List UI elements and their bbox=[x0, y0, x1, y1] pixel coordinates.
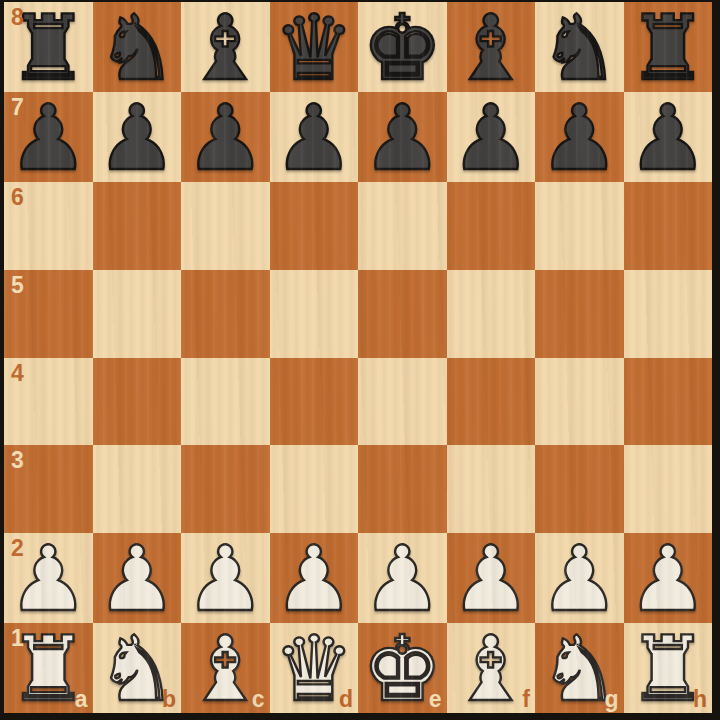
square-f6[interactable] bbox=[447, 182, 536, 270]
piece-white-bishop[interactable]: ♝ bbox=[450, 624, 531, 714]
square-e5[interactable] bbox=[358, 270, 447, 358]
square-b5[interactable] bbox=[93, 270, 182, 358]
square-a3[interactable]: 3 bbox=[4, 445, 93, 533]
square-c4[interactable] bbox=[181, 358, 270, 446]
square-h6[interactable] bbox=[624, 182, 713, 270]
piece-white-pawn[interactable]: ♟ bbox=[627, 534, 708, 624]
square-f1[interactable]: ♝f bbox=[447, 623, 536, 713]
piece-black-pawn[interactable]: ♟ bbox=[8, 93, 89, 183]
piece-white-pawn[interactable]: ♟ bbox=[96, 534, 177, 624]
square-a6[interactable]: 6 bbox=[4, 182, 93, 270]
square-f8[interactable]: ♝ bbox=[447, 2, 536, 92]
square-g8[interactable]: ♞ bbox=[535, 2, 624, 92]
rank-label-4: 4 bbox=[11, 362, 24, 385]
square-e3[interactable] bbox=[358, 445, 447, 533]
square-e6[interactable] bbox=[358, 182, 447, 270]
square-d4[interactable] bbox=[270, 358, 359, 446]
square-h5[interactable] bbox=[624, 270, 713, 358]
piece-black-pawn[interactable]: ♟ bbox=[185, 93, 266, 183]
rank-label-6: 6 bbox=[11, 186, 24, 209]
square-c5[interactable] bbox=[181, 270, 270, 358]
piece-black-pawn[interactable]: ♟ bbox=[539, 93, 620, 183]
square-g3[interactable] bbox=[535, 445, 624, 533]
square-f3[interactable] bbox=[447, 445, 536, 533]
square-d8[interactable]: ♛ bbox=[270, 2, 359, 92]
square-b4[interactable] bbox=[93, 358, 182, 446]
square-g1[interactable]: ♞g bbox=[535, 623, 624, 713]
piece-black-pawn[interactable]: ♟ bbox=[450, 93, 531, 183]
piece-black-pawn[interactable]: ♟ bbox=[627, 93, 708, 183]
square-c3[interactable] bbox=[181, 445, 270, 533]
piece-black-knight[interactable]: ♞ bbox=[96, 3, 177, 93]
square-b8[interactable]: ♞ bbox=[93, 2, 182, 92]
square-d7[interactable]: ♟ bbox=[270, 92, 359, 182]
square-g4[interactable] bbox=[535, 358, 624, 446]
piece-white-knight[interactable]: ♞ bbox=[96, 624, 177, 714]
piece-white-knight[interactable]: ♞ bbox=[539, 624, 620, 714]
piece-white-king[interactable]: ♚ bbox=[362, 624, 443, 714]
square-b6[interactable] bbox=[93, 182, 182, 270]
square-d5[interactable] bbox=[270, 270, 359, 358]
rank-label-3: 3 bbox=[11, 449, 24, 472]
square-f5[interactable] bbox=[447, 270, 536, 358]
square-g2[interactable]: ♟ bbox=[535, 533, 624, 623]
piece-white-rook[interactable]: ♜ bbox=[8, 624, 89, 714]
piece-black-pawn[interactable]: ♟ bbox=[362, 93, 443, 183]
square-a1[interactable]: ♜1a bbox=[4, 623, 93, 713]
square-h1[interactable]: ♜h bbox=[624, 623, 713, 713]
square-g6[interactable] bbox=[535, 182, 624, 270]
video-frame: ♜8♞♝♛♚♝♞♜♟7♟♟♟♟♟♟♟6543♟2♟♟♟♟♟♟♟♜1a♞b♝c♛d… bbox=[0, 0, 720, 720]
piece-white-pawn[interactable]: ♟ bbox=[185, 534, 266, 624]
square-a7[interactable]: ♟7 bbox=[4, 92, 93, 182]
piece-black-bishop[interactable]: ♝ bbox=[450, 3, 531, 93]
square-b1[interactable]: ♞b bbox=[93, 623, 182, 713]
rank-label-5: 5 bbox=[11, 274, 24, 297]
square-g5[interactable] bbox=[535, 270, 624, 358]
square-h2[interactable]: ♟ bbox=[624, 533, 713, 623]
square-c6[interactable] bbox=[181, 182, 270, 270]
square-c2[interactable]: ♟ bbox=[181, 533, 270, 623]
piece-black-king[interactable]: ♚ bbox=[362, 3, 443, 93]
piece-white-queen[interactable]: ♛ bbox=[273, 624, 354, 714]
square-e1[interactable]: ♚e bbox=[358, 623, 447, 713]
square-a5[interactable]: 5 bbox=[4, 270, 93, 358]
square-f7[interactable]: ♟ bbox=[447, 92, 536, 182]
piece-white-pawn[interactable]: ♟ bbox=[362, 534, 443, 624]
chess-board: ♜8♞♝♛♚♝♞♜♟7♟♟♟♟♟♟♟6543♟2♟♟♟♟♟♟♟♜1a♞b♝c♛d… bbox=[4, 2, 712, 713]
square-c7[interactable]: ♟ bbox=[181, 92, 270, 182]
square-c1[interactable]: ♝c bbox=[181, 623, 270, 713]
piece-white-pawn[interactable]: ♟ bbox=[273, 534, 354, 624]
piece-black-rook[interactable]: ♜ bbox=[8, 3, 89, 93]
square-e7[interactable]: ♟ bbox=[358, 92, 447, 182]
square-h8[interactable]: ♜ bbox=[624, 2, 713, 92]
square-e2[interactable]: ♟ bbox=[358, 533, 447, 623]
piece-black-pawn[interactable]: ♟ bbox=[273, 93, 354, 183]
square-e8[interactable]: ♚ bbox=[358, 2, 447, 92]
square-d2[interactable]: ♟ bbox=[270, 533, 359, 623]
piece-black-bishop[interactable]: ♝ bbox=[185, 3, 266, 93]
square-h3[interactable] bbox=[624, 445, 713, 533]
square-b2[interactable]: ♟ bbox=[93, 533, 182, 623]
square-f2[interactable]: ♟ bbox=[447, 533, 536, 623]
piece-white-pawn[interactable]: ♟ bbox=[450, 534, 531, 624]
square-d3[interactable] bbox=[270, 445, 359, 533]
piece-black-queen[interactable]: ♛ bbox=[273, 3, 354, 93]
piece-black-rook[interactable]: ♜ bbox=[627, 3, 708, 93]
square-e4[interactable] bbox=[358, 358, 447, 446]
square-h4[interactable] bbox=[624, 358, 713, 446]
square-b3[interactable] bbox=[93, 445, 182, 533]
piece-white-pawn[interactable]: ♟ bbox=[8, 534, 89, 624]
square-h7[interactable]: ♟ bbox=[624, 92, 713, 182]
square-g7[interactable]: ♟ bbox=[535, 92, 624, 182]
piece-white-pawn[interactable]: ♟ bbox=[539, 534, 620, 624]
square-d6[interactable] bbox=[270, 182, 359, 270]
piece-black-knight[interactable]: ♞ bbox=[539, 3, 620, 93]
square-a2[interactable]: ♟2 bbox=[4, 533, 93, 623]
square-f4[interactable] bbox=[447, 358, 536, 446]
piece-white-rook[interactable]: ♜ bbox=[627, 624, 708, 714]
square-c8[interactable]: ♝ bbox=[181, 2, 270, 92]
square-a8[interactable]: ♜8 bbox=[4, 2, 93, 92]
square-b7[interactable]: ♟ bbox=[93, 92, 182, 182]
square-d1[interactable]: ♛d bbox=[270, 623, 359, 713]
piece-black-pawn[interactable]: ♟ bbox=[96, 93, 177, 183]
piece-white-bishop[interactable]: ♝ bbox=[185, 624, 266, 714]
square-a4[interactable]: 4 bbox=[4, 358, 93, 446]
